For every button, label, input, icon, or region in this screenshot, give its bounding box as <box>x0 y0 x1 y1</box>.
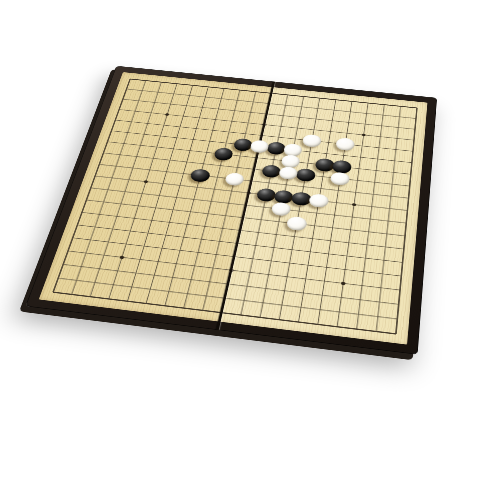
product-photo-scene <box>0 0 480 480</box>
grid-line <box>337 103 368 327</box>
star-point <box>144 180 149 183</box>
star-point <box>362 134 366 137</box>
star-point <box>165 113 169 116</box>
star-point <box>352 203 356 206</box>
star-point <box>119 256 124 259</box>
star-point <box>341 282 346 286</box>
go-board <box>25 66 437 355</box>
grid-line <box>318 101 352 324</box>
grid-line <box>53 79 130 292</box>
grid-line <box>109 84 177 299</box>
grid-line <box>298 100 335 322</box>
